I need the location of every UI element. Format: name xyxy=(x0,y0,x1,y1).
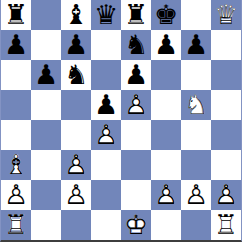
square-h5[interactable] xyxy=(211,90,241,120)
square-b6[interactable]: ♟ xyxy=(31,60,61,90)
square-c7[interactable]: ♟ xyxy=(61,30,91,60)
square-b2[interactable] xyxy=(31,180,61,210)
square-g5[interactable]: ♞♘ xyxy=(181,90,211,120)
square-b8[interactable] xyxy=(31,0,61,30)
square-g8[interactable] xyxy=(181,0,211,30)
piece-black-pawn-icon: ♟ xyxy=(121,60,151,90)
piece-black-bishop-icon: ♝ xyxy=(61,0,91,30)
piece-outline-layer: ♙ xyxy=(181,180,211,210)
piece-outline-layer: ♕ xyxy=(211,0,241,30)
square-e6[interactable]: ♟ xyxy=(121,60,151,90)
piece-outline-layer: ♖ xyxy=(211,210,241,240)
piece-outline-layer: ♙ xyxy=(61,150,91,180)
square-g2[interactable]: ♟♙ xyxy=(181,180,211,210)
piece-outline-layer: ♙ xyxy=(91,120,121,150)
square-f4[interactable] xyxy=(151,120,181,150)
square-f5[interactable] xyxy=(151,90,181,120)
square-d4[interactable]: ♟♙ xyxy=(91,120,121,150)
square-a3[interactable]: ♝♗ xyxy=(1,150,31,180)
piece-black-pawn-icon: ♟ xyxy=(31,60,61,90)
piece-outline-layer: ♙ xyxy=(151,180,181,210)
square-a6[interactable] xyxy=(1,60,31,90)
square-g7[interactable]: ♟ xyxy=(181,30,211,60)
piece-white-knight-icon: ♞♘ xyxy=(181,90,211,120)
square-g3[interactable] xyxy=(181,150,211,180)
square-e5[interactable]: ♟♙ xyxy=(121,90,151,120)
piece-outline-layer: ♙ xyxy=(61,180,91,210)
square-f8[interactable]: ♚ xyxy=(151,0,181,30)
square-c5[interactable] xyxy=(61,90,91,120)
square-c6[interactable]: ♞ xyxy=(61,60,91,90)
piece-black-pawn-icon: ♟ xyxy=(1,30,31,60)
square-f6[interactable] xyxy=(151,60,181,90)
piece-black-knight-icon: ♞ xyxy=(121,30,151,60)
piece-black-rook-icon: ♜ xyxy=(1,0,31,30)
square-d3[interactable] xyxy=(91,150,121,180)
square-h8[interactable]: ♛♕ xyxy=(211,0,241,30)
square-d7[interactable] xyxy=(91,30,121,60)
piece-black-rook-icon: ♜ xyxy=(121,0,151,30)
piece-white-pawn-icon: ♟♙ xyxy=(121,90,151,120)
piece-black-queen-icon: ♛ xyxy=(91,0,121,30)
square-b5[interactable] xyxy=(31,90,61,120)
piece-white-bishop-icon: ♝♗ xyxy=(1,150,31,180)
square-c3[interactable]: ♟♙ xyxy=(61,150,91,180)
piece-black-pawn-icon: ♟ xyxy=(61,30,91,60)
piece-white-queen-icon: ♛♕ xyxy=(211,0,241,30)
piece-white-pawn-icon: ♟♙ xyxy=(91,120,121,150)
piece-white-pawn-icon: ♟♙ xyxy=(181,180,211,210)
square-g6[interactable] xyxy=(181,60,211,90)
piece-outline-layer: ♘ xyxy=(181,90,211,120)
square-a7[interactable]: ♟ xyxy=(1,30,31,60)
square-f7[interactable]: ♟ xyxy=(151,30,181,60)
square-c4[interactable] xyxy=(61,120,91,150)
square-h1[interactable]: ♜♖ xyxy=(211,210,241,240)
square-f3[interactable] xyxy=(151,150,181,180)
square-a1[interactable]: ♜♖ xyxy=(1,210,31,240)
square-e1[interactable]: ♚♔ xyxy=(121,210,151,240)
square-e7[interactable]: ♞ xyxy=(121,30,151,60)
piece-white-rook-icon: ♜♖ xyxy=(1,210,31,240)
square-a4[interactable] xyxy=(1,120,31,150)
square-d8[interactable]: ♛ xyxy=(91,0,121,30)
square-h3[interactable] xyxy=(211,150,241,180)
square-d1[interactable] xyxy=(91,210,121,240)
piece-white-pawn-icon: ♟♙ xyxy=(211,180,241,210)
square-e8[interactable]: ♜ xyxy=(121,0,151,30)
piece-outline-layer: ♗ xyxy=(1,150,31,180)
piece-white-pawn-icon: ♟♙ xyxy=(61,180,91,210)
piece-outline-layer: ♙ xyxy=(121,90,151,120)
piece-black-knight-icon: ♞ xyxy=(61,60,91,90)
square-b7[interactable] xyxy=(31,30,61,60)
square-d6[interactable] xyxy=(91,60,121,90)
piece-white-king-icon: ♚♔ xyxy=(121,210,151,240)
piece-white-rook-icon: ♜♖ xyxy=(211,210,241,240)
square-a8[interactable]: ♜ xyxy=(1,0,31,30)
square-a2[interactable]: ♟♙ xyxy=(1,180,31,210)
square-a5[interactable] xyxy=(1,90,31,120)
square-d5[interactable]: ♟ xyxy=(91,90,121,120)
chess-board: ♜♝♛♜♚♛♕♟♟♞♟♟♟♞♟♟♟♙♞♘♟♙♝♗♟♙♟♙♟♙♟♙♟♙♟♙♜♖♚♔… xyxy=(1,0,241,240)
square-e4[interactable] xyxy=(121,120,151,150)
square-g4[interactable] xyxy=(181,120,211,150)
piece-outline-layer: ♙ xyxy=(1,180,31,210)
square-c8[interactable]: ♝ xyxy=(61,0,91,30)
piece-black-pawn-icon: ♟ xyxy=(91,90,121,120)
square-e3[interactable] xyxy=(121,150,151,180)
piece-outline-layer: ♖ xyxy=(1,210,31,240)
piece-black-pawn-icon: ♟ xyxy=(181,30,211,60)
square-c2[interactable]: ♟♙ xyxy=(61,180,91,210)
chess-board-frame: ♜♝♛♜♚♛♕♟♟♞♟♟♟♞♟♟♟♙♞♘♟♙♝♗♟♙♟♙♟♙♟♙♟♙♟♙♜♖♚♔… xyxy=(0,0,242,242)
square-f2[interactable]: ♟♙ xyxy=(151,180,181,210)
piece-white-pawn-icon: ♟♙ xyxy=(61,150,91,180)
square-h4[interactable] xyxy=(211,120,241,150)
square-h6[interactable] xyxy=(211,60,241,90)
square-c1[interactable] xyxy=(61,210,91,240)
square-b4[interactable] xyxy=(31,120,61,150)
piece-outline-layer: ♔ xyxy=(121,210,151,240)
square-e2[interactable] xyxy=(121,180,151,210)
piece-outline-layer: ♙ xyxy=(211,180,241,210)
square-h2[interactable]: ♟♙ xyxy=(211,180,241,210)
square-b1[interactable] xyxy=(31,210,61,240)
square-d2[interactable] xyxy=(91,180,121,210)
square-b3[interactable] xyxy=(31,150,61,180)
square-h7[interactable] xyxy=(211,30,241,60)
square-f1[interactable] xyxy=(151,210,181,240)
piece-black-king-icon: ♚ xyxy=(151,0,181,30)
piece-white-pawn-icon: ♟♙ xyxy=(1,180,31,210)
piece-white-pawn-icon: ♟♙ xyxy=(151,180,181,210)
square-g1[interactable] xyxy=(181,210,211,240)
piece-black-pawn-icon: ♟ xyxy=(151,30,181,60)
